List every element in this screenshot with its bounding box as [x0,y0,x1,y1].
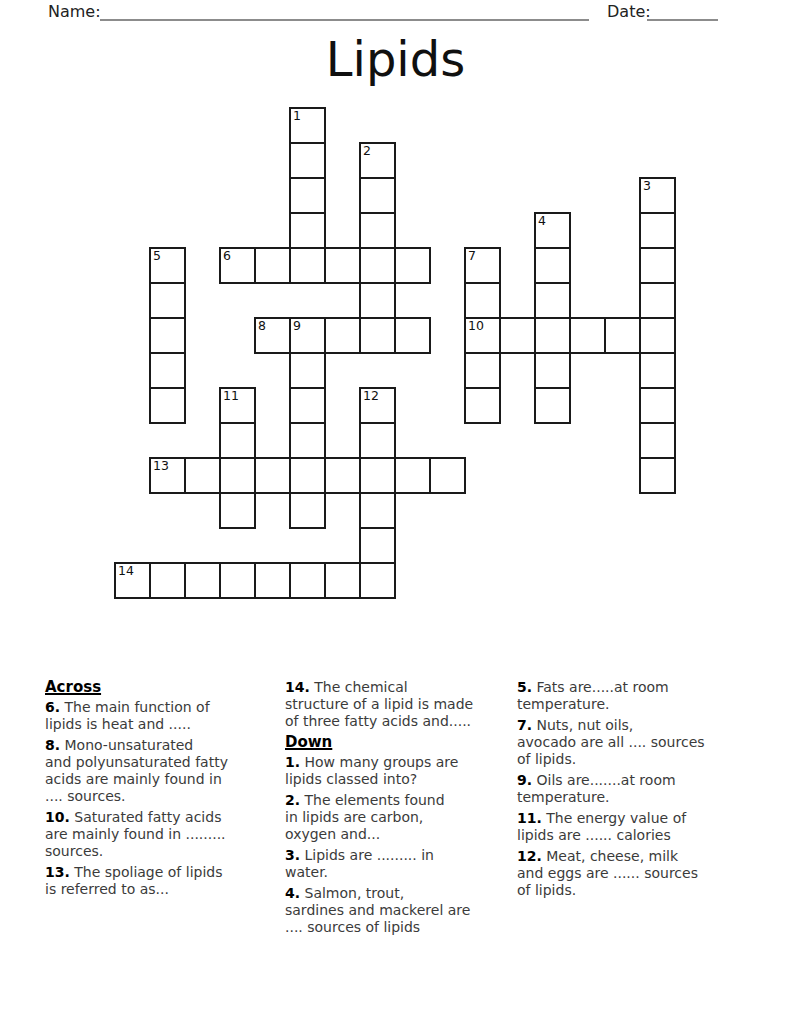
grid-cell[interactable] [289,142,326,179]
grid-cell[interactable] [639,457,676,494]
clue-num-label: 14. [285,679,310,695]
puzzle-title: Lipids [0,31,791,87]
grid-cell[interactable] [394,247,431,284]
clue-num-label: 8. [45,737,60,753]
crossword-grid: 1234567891011121314 [114,107,676,599]
across-clue-10: 10. Saturated fatty acidsare mainly foun… [45,809,285,860]
clue-num-label: 3. [285,847,300,863]
clue-num-label: 13. [45,864,70,880]
grid-cell[interactable] [464,282,501,319]
clue-num-label: 11. [517,810,542,826]
grid-cell[interactable] [149,282,186,319]
grid-cell[interactable]: 9 [289,317,326,354]
grid-cell[interactable] [254,457,291,494]
grid-cell[interactable] [359,247,396,284]
down-heading: Down [285,734,525,751]
name-label: Name: [48,2,101,21]
grid-cell[interactable] [289,177,326,214]
grid-cell[interactable] [639,282,676,319]
clue-num-label: 12. [517,848,542,864]
grid-cell[interactable] [289,422,326,459]
grid-cell[interactable] [534,247,571,284]
grid-cell[interactable]: 10 [464,317,501,354]
grid-cell[interactable] [394,457,431,494]
grid-cell[interactable] [219,492,256,529]
grid-cell[interactable] [359,492,396,529]
grid-cell[interactable] [324,317,361,354]
clue-number: 11 [223,390,239,403]
grid-cell[interactable] [149,387,186,424]
down-clue-2: 2. The elements foundin lipids are carbo… [285,792,525,843]
down-clue-3: 3. Lipids are ......... inwater. [285,847,525,881]
grid-cell[interactable] [604,317,641,354]
grid-cell[interactable] [184,562,221,599]
down-clue-5: 5. Fats are.....at roomtemperature. [517,679,757,713]
clues-column-1: Across6. The main function oflipids is h… [45,679,285,902]
grid-cell[interactable] [324,457,361,494]
down-clue-4: 4. Salmon, trout,sardines and mackerel a… [285,885,525,936]
grid-cell[interactable] [289,457,326,494]
grid-cell[interactable] [289,352,326,389]
grid-cell[interactable]: 14 [114,562,151,599]
grid-cell[interactable] [359,457,396,494]
clue-num-label: 6. [45,699,60,715]
across-heading: Across [45,679,285,696]
across-clue-14: 14. The chemicalstructure of a lipid is … [285,679,525,730]
across-clue-6: 6. The main function oflipids is heat an… [45,699,285,733]
clue-num-label: 10. [45,809,70,825]
grid-cell[interactable] [534,352,571,389]
grid-cell[interactable] [184,457,221,494]
grid-cell[interactable] [639,317,676,354]
clue-number: 8 [258,320,266,333]
clue-num-label: 9. [517,772,532,788]
grid-cell[interactable]: 7 [464,247,501,284]
grid-cell[interactable] [149,317,186,354]
grid-cell[interactable] [359,527,396,564]
clue-number: 13 [153,460,169,473]
across-clue-8: 8. Mono-unsaturatedand polyunsaturated f… [45,737,285,805]
grid-cell[interactable] [149,562,186,599]
date-label: Date: [607,2,651,21]
grid-cell[interactable] [219,457,256,494]
grid-cell[interactable] [359,212,396,249]
grid-cell[interactable] [359,317,396,354]
grid-cell[interactable] [254,247,291,284]
clue-num-label: 2. [285,792,300,808]
grid-cell[interactable] [639,212,676,249]
grid-cell[interactable] [534,387,571,424]
clue-number: 14 [118,565,134,578]
down-clue-12: 12. Meat, cheese, milkand eggs are .....… [517,848,757,899]
grid-cell[interactable] [219,422,256,459]
grid-cell[interactable]: 4 [534,212,571,249]
grid-cell[interactable] [254,562,291,599]
grid-cell[interactable] [219,562,256,599]
clue-number: 9 [293,320,301,333]
grid-cell[interactable] [289,212,326,249]
clues-column-3: 5. Fats are.....at roomtemperature.7. Nu… [517,679,757,903]
grid-cell[interactable] [639,387,676,424]
grid-cell[interactable] [429,457,466,494]
grid-cell[interactable]: 2 [359,142,396,179]
down-clue-7: 7. Nuts, nut oils,avocado are all .... s… [517,717,757,768]
clue-num-label: 5. [517,679,532,695]
grid-cell[interactable] [534,317,571,354]
clue-number: 7 [468,250,476,263]
grid-cell[interactable] [464,387,501,424]
grid-cell[interactable] [324,247,361,284]
grid-cell[interactable] [394,317,431,354]
grid-cell[interactable]: 12 [359,387,396,424]
clue-num-label: 7. [517,717,532,733]
worksheet-page: Name: Date: Lipids 1234567891011121314 A… [0,0,791,1024]
grid-cell[interactable] [289,387,326,424]
grid-cell[interactable] [639,247,676,284]
grid-cell[interactable] [639,352,676,389]
grid-cell[interactable] [359,422,396,459]
clue-number: 1 [293,110,301,123]
grid-cell[interactable] [464,352,501,389]
clue-num-label: 4. [285,885,300,901]
grid-cell[interactable]: 8 [254,317,291,354]
grid-cell[interactable] [569,317,606,354]
grid-cell[interactable] [359,282,396,319]
clue-number: 4 [538,215,546,228]
grid-cell[interactable] [499,317,536,354]
clues-column-2: 14. The chemicalstructure of a lipid is … [285,679,525,940]
date-input-line[interactable] [647,19,718,21]
grid-cell[interactable] [289,247,326,284]
grid-cell[interactable] [149,352,186,389]
grid-cell[interactable] [324,562,361,599]
clue-number: 10 [468,320,484,333]
down-clue-1: 1. How many groups arelipids classed int… [285,754,525,788]
grid-cell[interactable] [289,562,326,599]
clue-num-label: 1. [285,754,300,770]
grid-cell[interactable]: 5 [149,247,186,284]
across-clue-13: 13. The spoliage of lipidsis referred to… [45,864,285,898]
grid-cell[interactable]: 13 [149,457,186,494]
grid-cell[interactable]: 3 [639,177,676,214]
clue-number: 2 [363,145,371,158]
clue-number: 6 [223,250,231,263]
grid-cell[interactable]: 6 [219,247,256,284]
grid-cell[interactable]: 11 [219,387,256,424]
clue-number: 5 [153,250,161,263]
down-clue-11: 11. The energy value oflipids are ......… [517,810,757,844]
grid-cell[interactable]: 1 [289,107,326,144]
grid-cell[interactable] [534,282,571,319]
down-clue-9: 9. Oils are.......at roomtemperature. [517,772,757,806]
grid-cell[interactable] [359,177,396,214]
name-input-line[interactable] [100,19,589,21]
grid-cell[interactable] [639,422,676,459]
clue-number: 12 [363,390,379,403]
grid-cell[interactable] [359,562,396,599]
grid-cell[interactable] [289,492,326,529]
clue-number: 3 [643,180,651,193]
